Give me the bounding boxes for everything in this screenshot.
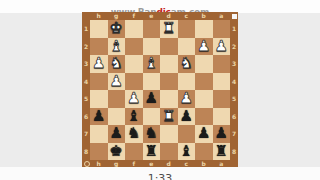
piece-black-pawn-h6[interactable]: ♟ <box>90 108 108 126</box>
rank-label-8: 8 <box>230 143 238 161</box>
piece-white-pawn-a2[interactable]: ♟ <box>213 38 231 56</box>
piece-white-pawn-h3[interactable]: ♟ <box>90 55 108 73</box>
square-h6[interactable]: ♟ <box>90 108 108 126</box>
piece-black-rook-a8[interactable]: ♜ <box>213 143 231 161</box>
square-g1[interactable]: ♚ <box>108 20 126 38</box>
file-label-e: e <box>143 12 161 20</box>
file-label-d: d <box>160 12 178 20</box>
piece-white-knight-c3[interactable]: ♞ <box>178 55 196 73</box>
screen: www.Bandicam.com hgfedcba hgfedcba 12345… <box>0 0 320 180</box>
square-c4[interactable] <box>178 73 196 91</box>
piece-black-bishop-f6[interactable]: ♝ <box>125 108 143 126</box>
square-b6[interactable] <box>195 108 213 126</box>
square-g4[interactable]: ♟ <box>108 73 126 91</box>
chess-board-grid: ♚♜♝♟♟♟♞♝♞♟♟♟♟♟♝♜♟♟♞♞♟♟♚♜♝♜ <box>90 20 230 160</box>
square-d1[interactable]: ♜ <box>160 20 178 38</box>
piece-black-bishop-c8[interactable]: ♝ <box>178 143 196 161</box>
square-b1[interactable] <box>195 20 213 38</box>
square-d5[interactable] <box>160 90 178 108</box>
rank-label-5: 5 <box>230 90 238 108</box>
file-label-g: g <box>108 12 126 20</box>
chess-board-frame: hgfedcba hgfedcba 12345678 12345678 ♚♜♝♟… <box>82 12 238 168</box>
square-e7[interactable]: ♞ <box>143 125 161 143</box>
square-b8[interactable] <box>195 143 213 161</box>
rank-label-1: 1 <box>82 20 90 38</box>
square-e3[interactable]: ♝ <box>143 55 161 73</box>
square-h7[interactable] <box>90 125 108 143</box>
square-f1[interactable] <box>125 20 143 38</box>
file-label-a: a <box>213 12 231 20</box>
file-label-h: h <box>90 12 108 20</box>
rank-label-6: 6 <box>82 108 90 126</box>
square-b2[interactable]: ♟ <box>195 38 213 56</box>
file-label-c: c <box>178 12 196 20</box>
square-g2[interactable]: ♝ <box>108 38 126 56</box>
rank-label-2: 2 <box>82 38 90 56</box>
piece-black-pawn-c6[interactable]: ♟ <box>178 108 196 126</box>
square-e4[interactable] <box>143 73 161 91</box>
square-h5[interactable] <box>90 90 108 108</box>
square-h1[interactable] <box>90 20 108 38</box>
square-h3[interactable]: ♟ <box>90 55 108 73</box>
square-g6[interactable] <box>108 108 126 126</box>
square-f7[interactable]: ♞ <box>125 125 143 143</box>
rank-label-1: 1 <box>230 20 238 38</box>
square-g3[interactable]: ♞ <box>108 55 126 73</box>
file-label-f: f <box>125 12 143 20</box>
rank-label-3: 3 <box>230 55 238 73</box>
square-a5[interactable] <box>213 90 231 108</box>
square-a1[interactable] <box>213 20 231 38</box>
square-d4[interactable] <box>160 73 178 91</box>
square-c8[interactable]: ♝ <box>178 143 196 161</box>
rank-label-8: 8 <box>82 143 90 161</box>
piece-white-rook-d6[interactable]: ♜ <box>160 108 178 126</box>
piece-white-pawn-c5[interactable]: ♟ <box>178 90 196 108</box>
piece-black-king-g8[interactable]: ♚ <box>108 143 126 161</box>
piece-white-knight-g3[interactable]: ♞ <box>108 55 126 73</box>
piece-white-pawn-f5[interactable]: ♟ <box>125 90 143 108</box>
square-e6[interactable] <box>143 108 161 126</box>
square-d8[interactable] <box>160 143 178 161</box>
square-g7[interactable]: ♟ <box>108 125 126 143</box>
piece-black-pawn-b7[interactable]: ♟ <box>195 125 213 143</box>
square-a2[interactable]: ♟ <box>213 38 231 56</box>
square-d2[interactable] <box>160 38 178 56</box>
square-c3[interactable]: ♞ <box>178 55 196 73</box>
square-c1[interactable] <box>178 20 196 38</box>
square-f8[interactable] <box>125 143 143 161</box>
square-f2[interactable] <box>125 38 143 56</box>
piece-black-pawn-g7[interactable]: ♟ <box>108 125 126 143</box>
square-d7[interactable] <box>160 125 178 143</box>
square-f4[interactable] <box>125 73 143 91</box>
square-f5[interactable]: ♟ <box>125 90 143 108</box>
square-f3[interactable] <box>125 55 143 73</box>
rank-labels-left: 12345678 <box>82 20 90 160</box>
piece-white-pawn-g4[interactable]: ♟ <box>108 73 126 91</box>
piece-white-bishop-e3[interactable]: ♝ <box>143 55 161 73</box>
piece-white-pawn-b2[interactable]: ♟ <box>195 38 213 56</box>
square-e8[interactable]: ♜ <box>143 143 161 161</box>
clock-bar: 1:33 <box>0 167 320 180</box>
square-h2[interactable] <box>90 38 108 56</box>
square-e5[interactable]: ♟ <box>143 90 161 108</box>
piece-black-pawn-e5[interactable]: ♟ <box>143 90 161 108</box>
square-a3[interactable] <box>213 55 231 73</box>
square-c5[interactable]: ♟ <box>178 90 196 108</box>
rank-label-4: 4 <box>230 73 238 91</box>
square-a4[interactable] <box>213 73 231 91</box>
square-d3[interactable] <box>160 55 178 73</box>
rank-labels-right: 12345678 <box>230 20 238 160</box>
piece-black-pawn-a7[interactable]: ♟ <box>213 125 231 143</box>
square-h4[interactable] <box>90 73 108 91</box>
rank-label-5: 5 <box>82 90 90 108</box>
rank-label-7: 7 <box>230 125 238 143</box>
game-timer: 1:33 <box>148 172 173 180</box>
rank-label-3: 3 <box>82 55 90 73</box>
square-b3[interactable] <box>195 55 213 73</box>
rank-label-4: 4 <box>82 73 90 91</box>
square-a8[interactable]: ♜ <box>213 143 231 161</box>
square-e2[interactable] <box>143 38 161 56</box>
piece-white-bishop-g2[interactable]: ♝ <box>108 38 126 56</box>
square-g8[interactable]: ♚ <box>108 143 126 161</box>
square-f6[interactable]: ♝ <box>125 108 143 126</box>
square-c6[interactable]: ♟ <box>178 108 196 126</box>
rank-label-7: 7 <box>82 125 90 143</box>
file-labels-top: hgfedcba <box>90 12 230 20</box>
square-b5[interactable] <box>195 90 213 108</box>
square-c2[interactable] <box>178 38 196 56</box>
square-a7[interactable]: ♟ <box>213 125 231 143</box>
square-h8[interactable] <box>90 143 108 161</box>
square-c7[interactable] <box>178 125 196 143</box>
file-label-b: b <box>195 12 213 20</box>
square-g5[interactable] <box>108 90 126 108</box>
piece-white-rook-d1[interactable]: ♜ <box>160 20 178 38</box>
square-d6[interactable]: ♜ <box>160 108 178 126</box>
square-b7[interactable]: ♟ <box>195 125 213 143</box>
square-e1[interactable] <box>143 20 161 38</box>
white-to-move-indicator-icon <box>232 14 237 19</box>
square-a6[interactable] <box>213 108 231 126</box>
rank-label-2: 2 <box>230 38 238 56</box>
piece-white-king-g1[interactable]: ♚ <box>108 20 126 38</box>
square-b4[interactable] <box>195 73 213 91</box>
rank-label-6: 6 <box>230 108 238 126</box>
piece-black-rook-e8[interactable]: ♜ <box>143 143 161 161</box>
piece-black-knight-f7[interactable]: ♞ <box>125 125 143 143</box>
piece-black-knight-e7[interactable]: ♞ <box>143 125 161 143</box>
